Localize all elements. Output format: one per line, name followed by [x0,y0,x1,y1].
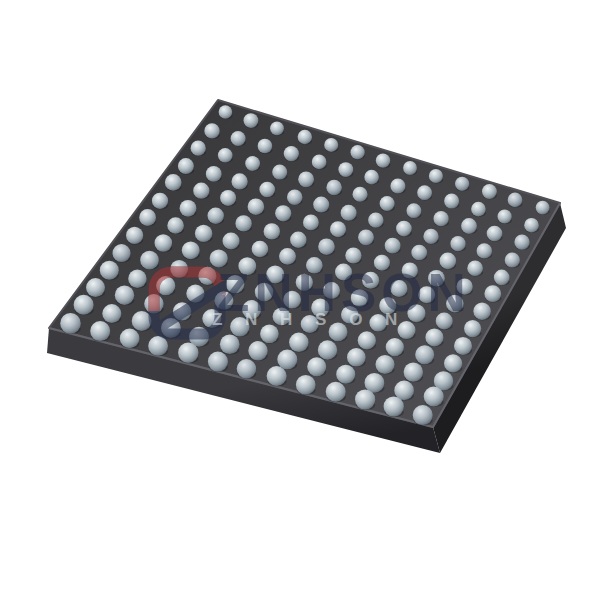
watermark-logo-icon [147,265,227,341]
watermark: ZNHSON Z N H S O N [0,0,600,600]
bga-chip-photo: ZNHSON Z N H S O N [0,0,600,600]
watermark-subtext: Z N H S O N [212,311,406,328]
